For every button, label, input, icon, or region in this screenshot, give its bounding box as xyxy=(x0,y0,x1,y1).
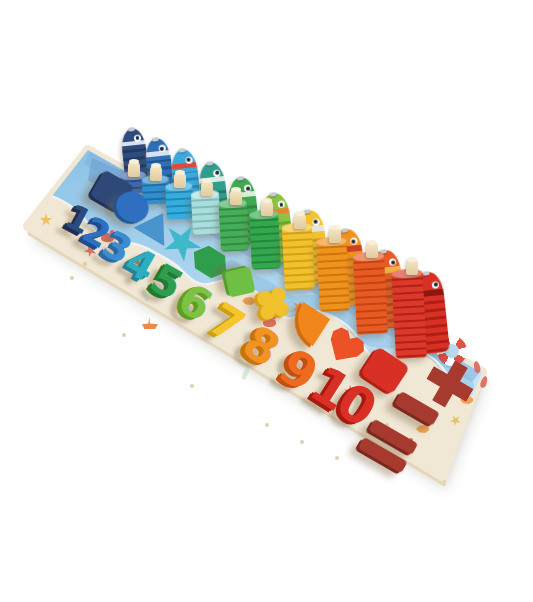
ring-stack-7 xyxy=(282,226,315,290)
wood-dot xyxy=(190,384,194,388)
flower-petals xyxy=(263,292,284,313)
wood-dot xyxy=(265,423,269,427)
pieces-layer: 12345678910 xyxy=(0,0,533,602)
fish-eye xyxy=(184,156,192,164)
ring-stack-10 xyxy=(392,272,428,359)
fish-eye xyxy=(350,237,358,245)
number-piece-8: 8 xyxy=(236,318,288,375)
fish-magnet-staple xyxy=(152,137,159,142)
fish-magnet-staple xyxy=(422,271,429,276)
ring-stack-8 xyxy=(316,240,350,311)
stack-peg xyxy=(174,172,186,188)
fish-magnet-staple xyxy=(236,176,243,181)
stack-peg xyxy=(128,161,140,177)
starfish-print xyxy=(449,414,461,426)
ring-stack-5 xyxy=(219,203,250,252)
fish-eye xyxy=(158,145,166,153)
stack-peg xyxy=(201,180,213,196)
bubble-print xyxy=(297,197,303,203)
fish-magnet-staple xyxy=(206,161,213,166)
fish-magnet-staple xyxy=(304,209,311,214)
seahorse-print xyxy=(479,375,488,388)
starfish-print xyxy=(40,214,53,227)
fish-eye xyxy=(134,134,142,142)
ring-stack-6 xyxy=(249,214,281,270)
fish-print xyxy=(416,425,429,433)
fish-eye xyxy=(389,258,397,266)
stack-peg xyxy=(294,213,306,229)
ring-stack-3 xyxy=(165,185,194,219)
fish-eye xyxy=(244,184,252,192)
ring-stack-4 xyxy=(191,193,221,234)
fish-eye xyxy=(312,218,320,226)
symbol-minus xyxy=(394,391,440,426)
stack-peg xyxy=(150,165,162,181)
stack-peg xyxy=(230,189,242,205)
ring-stack-9 xyxy=(353,255,388,334)
seahorse-print xyxy=(473,361,481,374)
fish-magnet-staple xyxy=(178,148,185,153)
boat-print xyxy=(142,317,158,329)
stack-peg xyxy=(261,200,273,216)
stack-peg xyxy=(366,242,378,258)
fish-eye xyxy=(431,280,439,288)
fish-magnet-staple xyxy=(341,228,348,233)
fish-magnet-staple xyxy=(128,127,135,132)
wood-dot xyxy=(122,333,126,337)
fish-eye xyxy=(213,170,221,178)
wood-dot xyxy=(335,456,339,460)
fish-magnet-staple xyxy=(269,192,276,197)
symbol-equals xyxy=(358,419,418,473)
product-photo-canvas: 12345678910 xyxy=(0,0,533,602)
wood-dot xyxy=(300,440,304,444)
wood-dot xyxy=(83,262,87,266)
stack-peg xyxy=(406,259,418,275)
stack-peg xyxy=(329,227,341,243)
wood-dot xyxy=(70,276,74,280)
fish-eye xyxy=(277,200,285,208)
